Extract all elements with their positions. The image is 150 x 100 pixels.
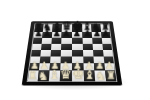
square-h3 <box>103 57 114 64</box>
square-d2: ♟ <box>60 63 72 70</box>
square-e6 <box>72 38 83 44</box>
square-c3 <box>50 57 61 64</box>
square-f3 <box>83 57 94 64</box>
piece-black-rook: ♜ <box>101 23 109 32</box>
square-d1: ♛ <box>60 70 72 81</box>
square-d8: ♛ <box>61 24 71 32</box>
square-h5 <box>102 44 112 50</box>
square-c8: ♝ <box>52 24 62 32</box>
square-e5 <box>72 44 84 50</box>
square-g3 <box>94 57 104 64</box>
piece-white-bishop: ♝ <box>49 69 60 81</box>
piece-white-queen: ♛ <box>60 68 72 81</box>
square-b5 <box>41 44 51 50</box>
square-e2: ♟ <box>72 63 84 70</box>
square-f6 <box>83 38 93 44</box>
square-c2: ♟ <box>49 63 60 70</box>
square-g2: ♟ <box>94 63 105 70</box>
product-photo-white-background: { "game": "chess", "scene_description": … <box>0 0 150 100</box>
square-b6 <box>42 38 52 44</box>
board-frame: ♜♞♝♛♚♝♞♜♟♟♟♟♟♟♟♟♟♟♟♟♟♟♟♟♜♞♝♛♚♝♞♜ <box>22 21 123 85</box>
square-e8: ♚ <box>72 24 83 32</box>
square-h1: ♜ <box>105 70 117 81</box>
square-e1: ♚ <box>71 70 84 81</box>
square-a6 <box>33 38 43 44</box>
square-a5 <box>32 44 42 50</box>
piece-white-knight: ♞ <box>38 70 48 82</box>
piece-white-rook: ♜ <box>106 70 116 81</box>
square-d3 <box>60 57 71 64</box>
piece-black-queen: ♛ <box>61 21 71 32</box>
square-c6 <box>51 38 61 44</box>
square-e3 <box>72 57 84 64</box>
piece-black-bishop: ♝ <box>52 22 61 32</box>
square-c5 <box>51 44 61 50</box>
square-f5 <box>83 44 93 50</box>
square-h8: ♜ <box>100 24 110 32</box>
square-f2: ♟ <box>84 63 95 70</box>
square-f1: ♝ <box>84 70 95 81</box>
chess-set-photo: ♜♞♝♛♚♝♞♜♟♟♟♟♟♟♟♟♟♟♟♟♟♟♟♟♜♞♝♛♚♝♞♜ <box>27 5 117 95</box>
chess-board: ♜♞♝♛♚♝♞♜♟♟♟♟♟♟♟♟♟♟♟♟♟♟♟♟♜♞♝♛♚♝♞♜ <box>27 24 118 83</box>
square-d6 <box>61 38 72 44</box>
piece-black-king: ♚ <box>72 20 83 32</box>
square-h6 <box>101 38 111 44</box>
square-d5 <box>61 44 72 50</box>
square-b2: ♟ <box>39 63 50 70</box>
square-h2: ♟ <box>104 63 115 70</box>
piece-black-knight: ♞ <box>43 22 52 32</box>
square-c1: ♝ <box>49 70 60 81</box>
piece-white-rook: ♜ <box>28 70 38 81</box>
square-b3 <box>40 57 50 64</box>
piece-white-bishop: ♝ <box>84 69 95 81</box>
piece-black-rook: ♜ <box>35 23 43 32</box>
